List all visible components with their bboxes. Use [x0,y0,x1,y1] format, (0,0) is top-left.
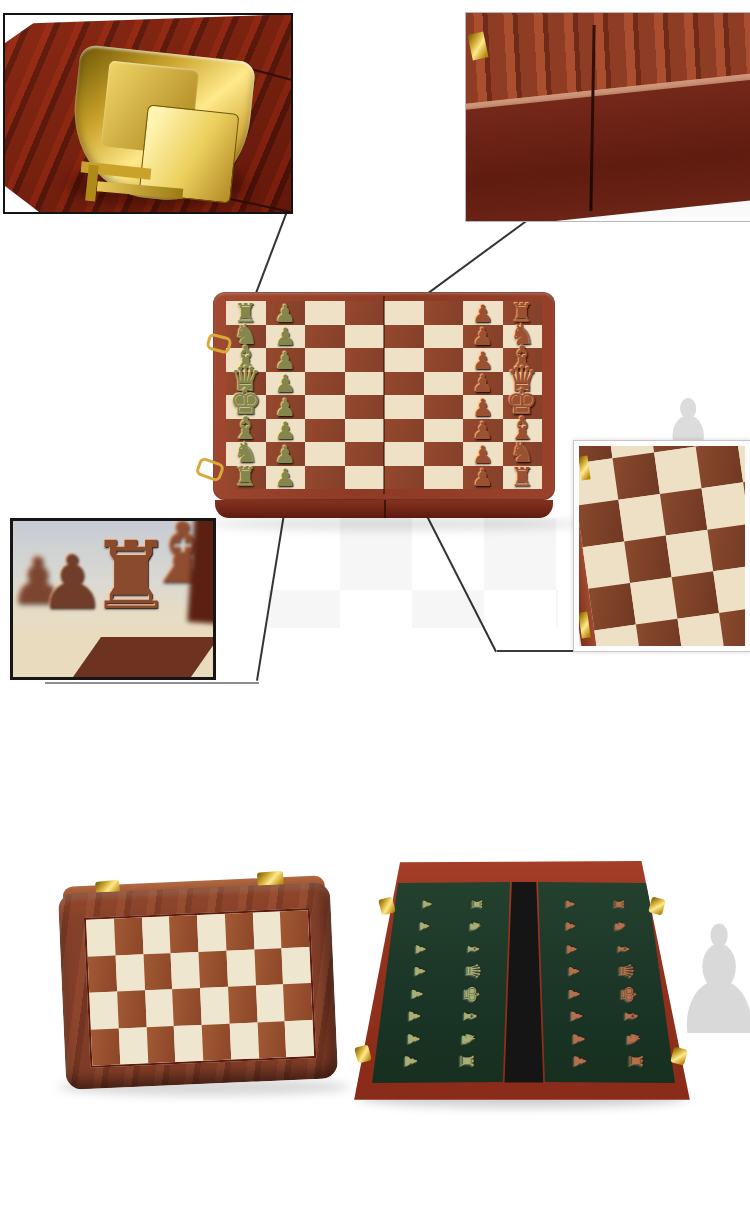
tray-piece-copper-king: ♚ [617,985,638,1004]
piece-brass-pawn: ♟ [274,372,296,396]
dark-square [198,950,227,988]
piece-copper-pawn: ♟ [472,325,494,349]
photo-pieces-closeup: ♟ ♟ ♜ ♝ [10,518,216,680]
tray-piece-copper-queen: ♛ [615,963,635,981]
light-square [677,613,724,646]
tray-piece-brass-king: ♚ [460,984,481,1003]
dark-square [225,913,254,951]
light-square [618,494,665,541]
board-shadow [205,518,585,530]
tray-piece-brass-pawn: ♟ [404,1032,420,1046]
light-square [285,1020,314,1058]
light-square [200,987,229,1025]
piece-copper-pawn: ♟ [472,372,494,396]
box-side-edge [215,500,553,518]
tray-piece-brass-knight: ♞ [468,920,482,933]
piece-copper-rook: ♜ [511,464,534,490]
piece-copper-pawn: ♟ [472,349,494,373]
dark-square [91,1028,120,1066]
tray-piece-brass-bishop: ♝ [466,942,481,955]
tray-piece-brass-pawn: ♟ [420,899,432,909]
piece-brass-pawn: ♟ [274,419,296,443]
tray-piece-copper-bishop: ♝ [621,1009,638,1024]
tray-piece-brass-bishop: ♝ [461,1008,478,1023]
dark-square [146,1026,175,1064]
tray-piece-brass-queen: ♛ [462,962,482,980]
open-box-body: ♟♜♟♞♟♝♟♛♟♚♟♝♟♞♟♜♟♜♟♞♟♝♟♛♟♚♟♝♟♞♟♜ [350,856,695,1106]
dark-square [613,452,660,499]
dark-square [280,910,309,948]
tray-piece-brass-rook: ♜ [457,1053,476,1070]
dark-square [117,990,146,1028]
piece-copper-pawn: ♟ [472,443,494,467]
tray-piece-copper-rook: ♜ [611,898,624,910]
photo-corner-wedge [5,15,45,43]
tray-piece-copper-pawn: ♟ [563,898,575,908]
light-square [89,992,118,1030]
background-checker [268,518,558,628]
dark-square [88,955,117,993]
tray-piece-copper-pawn: ♟ [565,943,578,955]
light-square [115,954,144,992]
light-square [583,541,630,588]
tray-piece-brass-pawn: ♟ [401,1054,417,1069]
photo-corner-wedge [5,186,39,212]
main-board-pieces: ♜♞♝♛♚♝♞♜♟♟♟♟♟♟♟♟♟♟♟♟♟♟♟♟♜♞♝♛♚♝♞♜ [226,301,542,489]
light-square [174,1024,203,1062]
light-square [171,951,200,989]
light-square [713,565,745,612]
gold-latch [648,896,666,915]
tray-piece-brass-pawn: ♟ [409,988,423,1001]
tray-piece-copper-rook: ♜ [626,1053,645,1070]
light-square [226,949,255,987]
box-side-seam [384,500,386,518]
tray-piece-copper-pawn: ♟ [570,1032,586,1046]
photo-board-squares-closeup [573,440,750,652]
detail-checkerboard [579,446,745,646]
rotated-board-content [579,446,745,646]
tray-piece-brass-pawn: ♟ [407,1010,422,1023]
light-square [229,1022,258,1060]
chess-board-frame: ♜♞♝♛♚♝♞♜♟♟♟♟♟♟♟♟♟♟♟♟♟♟♟♟♜♞♝♛♚♝♞♜ [213,292,555,500]
piece-copper-pawn: ♟ [472,396,494,420]
tray-piece-copper-pawn: ♟ [568,1009,583,1022]
tray-piece-brass-knight: ♞ [459,1030,477,1046]
tray-piece-copper-pawn: ♟ [566,965,580,977]
light-square [252,911,281,949]
photo-box-corner-closeup [465,12,750,222]
light-square [86,919,115,957]
dark-square [228,985,257,1023]
tray-piece-copper-pawn: ♟ [567,987,581,1000]
light-square [702,482,745,529]
gold-latch-loop [195,456,226,483]
photo-box-open-storage: ♟♜♟♞♟♝♟♛♟♚♟♝♟♞♟♜♟♜♟♞♟♝♟♛♟♚♟♝♟♞♟♜ [350,856,695,1106]
product-collage: ♟ ♟ ♜♞♝♛♚♝♞♜♟♟♟♟♟♟♟♟♟♟♟♟♟♟♟♟♜♞♝♛♚♝♞♜ [0,0,750,1205]
light-square [654,447,701,494]
light-square [197,914,226,952]
tray-piece-brass-pawn: ♟ [415,943,428,955]
light-square [256,984,285,1022]
tray-piece-brass-pawn: ♟ [412,965,426,977]
dark-square [579,500,624,547]
callout-underline-pieces [45,682,259,684]
light-square [630,577,677,624]
dark-square [672,571,719,618]
piece-brass-pawn: ♟ [274,325,296,349]
dark-square [114,917,143,955]
gold-latch [670,1046,688,1065]
piece-brass-pawn: ♟ [274,396,296,420]
folded-box-checkerboard [84,908,316,1068]
tray-piece-brass-rook: ♜ [469,898,482,910]
light-square [282,947,311,985]
dark-square [624,536,671,583]
tray-piece-brass-pawn: ♟ [418,921,430,932]
piece-brass-pawn: ♟ [274,302,296,326]
piece-brass-pawn: ♟ [274,443,296,467]
tray-piece-copper-knight: ♞ [613,920,627,933]
light-square [666,530,713,577]
dark-square [172,988,201,1026]
photo-latch-closeup [3,13,293,214]
light-square [145,989,174,1027]
detail-photo-inner [579,446,745,646]
dark-square [283,983,312,1021]
piece-copper-pawn: ♟ [472,419,494,443]
dark-square [707,524,745,571]
light-square [141,916,170,954]
tray-pieces-layer: ♟♜♟♞♟♝♟♛♟♚♟♝♟♞♟♜♟♜♟♞♟♝♟♛♟♚♟♝♟♞♟♜ [350,856,695,1106]
dark-square [254,948,283,986]
dark-square [660,488,707,535]
dark-square [636,619,683,646]
tray-piece-copper-pawn: ♟ [571,1054,587,1069]
photo-box-folded [58,882,338,1090]
piece-brass-pawn: ♟ [274,349,296,373]
piece-copper-pawn: ♟ [472,302,494,326]
tray-piece-copper-bishop: ♝ [615,942,630,955]
dark-square [202,1023,231,1061]
piece-copper-pawn: ♟ [472,466,494,490]
tray-piece-copper-knight: ♞ [623,1031,641,1047]
piece-brass-pawn: ♟ [274,466,296,490]
dark-square [588,583,635,630]
dark-square [696,446,743,488]
light-square [119,1027,148,1065]
dark-square [143,953,172,991]
dark-square [169,915,198,953]
piece-brass-rook: ♜ [234,464,257,490]
dark-square [257,1021,286,1059]
tray-piece-copper-pawn: ♟ [564,920,576,931]
dark-square [719,607,745,646]
